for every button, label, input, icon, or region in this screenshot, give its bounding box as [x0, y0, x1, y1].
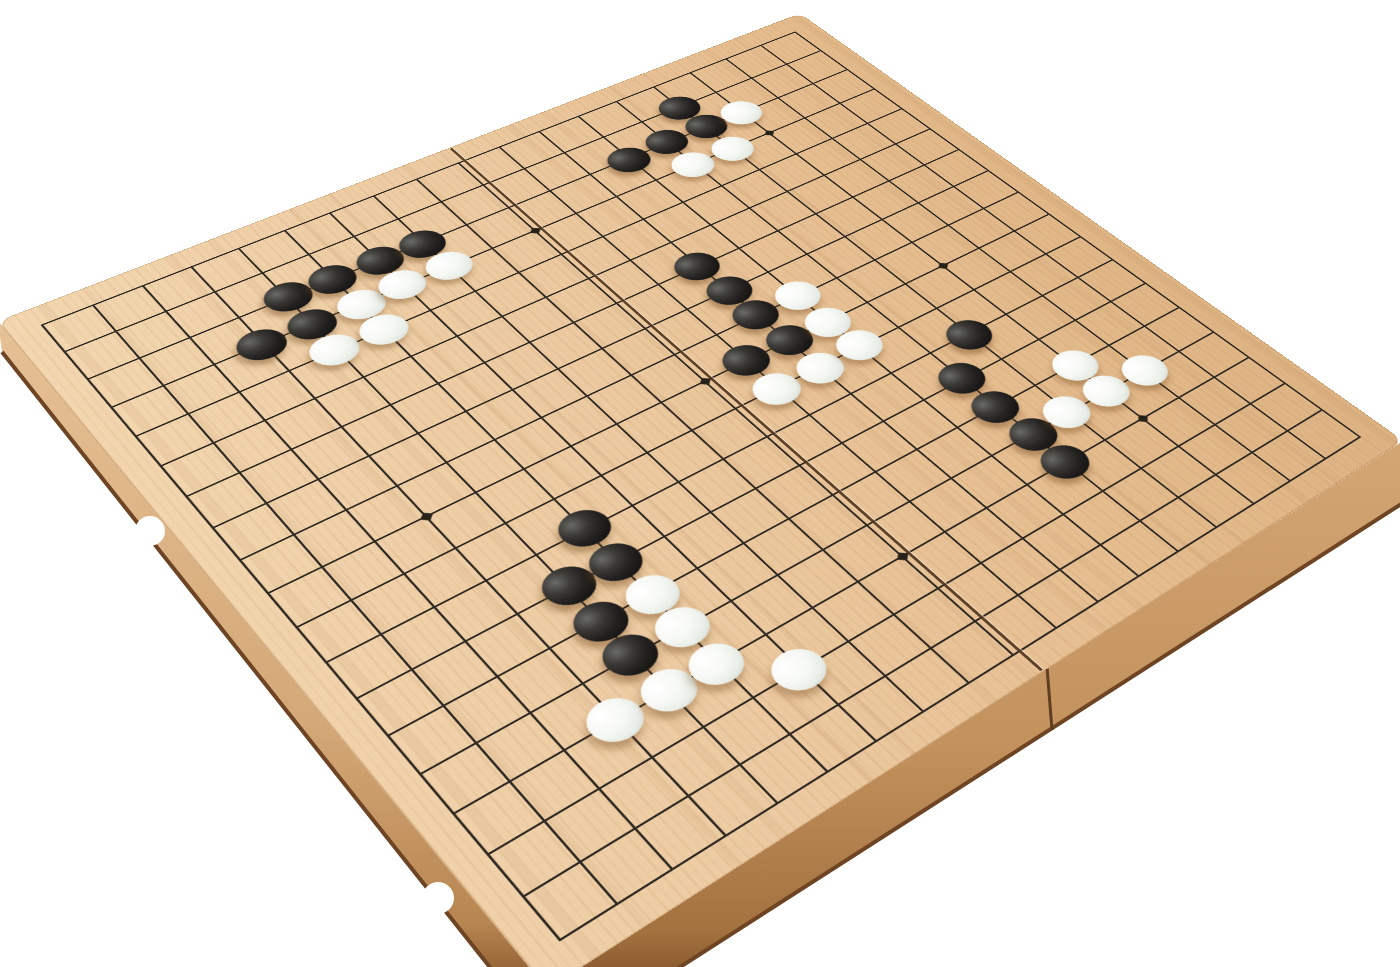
star-point-16-10	[896, 552, 907, 560]
foot-notch-bottom	[422, 882, 454, 914]
grid-line-col-10	[457, 162, 1015, 656]
star-point-16-16	[1138, 415, 1147, 422]
star-point-10-16	[938, 263, 947, 269]
star-point-10-4	[419, 513, 432, 521]
star-point-10-10	[699, 378, 710, 385]
star-point-4-16	[764, 130, 773, 135]
product-photo-background	[0, 0, 1400, 967]
grid-line-row-12	[324, 259, 1113, 664]
star-point-4-10	[529, 228, 540, 234]
black-stone-4-4	[228, 323, 296, 366]
